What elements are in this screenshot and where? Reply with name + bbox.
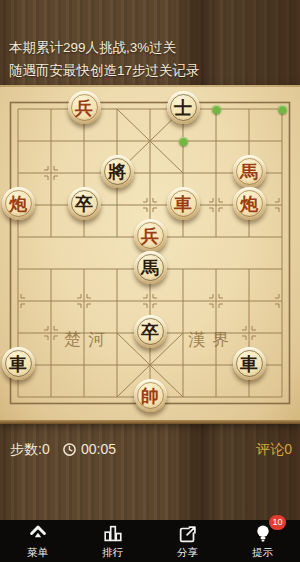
piece-red-cannon[interactable]: 炮	[2, 187, 35, 220]
game-screen: 本期累计299人挑战,3%过关 随遇而安最快创造17步过关记录 楚河 漢界 兵士…	[0, 0, 300, 562]
nav-share-label: 分享	[177, 546, 198, 560]
nav-hint-button[interactable]: 10 提示	[225, 520, 300, 562]
river-label-right: 漢界	[180, 328, 244, 351]
menu-up-icon	[27, 523, 49, 545]
river-label-left: 楚河	[56, 328, 120, 351]
status-bar: 步数:0 00:05 评论0	[0, 441, 300, 461]
move-hint-dot[interactable]	[179, 137, 188, 146]
piece-red-horse[interactable]: 馬	[233, 155, 266, 188]
move-hint-dot[interactable]	[212, 105, 221, 114]
record-holder-text: 随遇而安最快创造17步过关记录	[9, 59, 200, 82]
header-stats: 本期累计299人挑战,3%过关 随遇而安最快创造17步过关记录	[9, 36, 200, 82]
nav-ranking-button[interactable]: 排行	[75, 520, 150, 562]
bottom-nav: 菜单 排行 分享 10 提示	[0, 520, 300, 562]
timer-value: 00:05	[81, 441, 116, 457]
piece-black-soldier[interactable]: 卒	[68, 187, 101, 220]
piece-black-chariot[interactable]: 車	[2, 347, 35, 380]
piece-black-advisor[interactable]: 士	[167, 91, 200, 124]
clock-icon	[62, 442, 77, 457]
share-icon	[177, 523, 199, 545]
piece-red-chariot[interactable]: 車	[167, 187, 200, 220]
move-hint-dot[interactable]	[278, 105, 287, 114]
piece-red-soldier[interactable]: 兵	[134, 219, 167, 252]
piece-black-general[interactable]: 將	[101, 155, 134, 188]
nav-ranking-label: 排行	[102, 546, 123, 560]
piece-red-soldier[interactable]: 兵	[68, 91, 101, 124]
piece-black-horse[interactable]: 馬	[134, 251, 167, 284]
move-counter: 步数:0	[10, 441, 50, 459]
nav-hint-label: 提示	[252, 546, 273, 560]
timer: 00:05	[62, 441, 116, 457]
piece-black-chariot[interactable]: 車	[233, 347, 266, 380]
piece-black-soldier[interactable]: 卒	[134, 315, 167, 348]
nav-menu-button[interactable]: 菜单	[0, 520, 75, 562]
challenge-stats-text: 本期累计299人挑战,3%过关	[9, 36, 200, 59]
nav-menu-label: 菜单	[27, 546, 48, 560]
xiangqi-board[interactable]: 楚河 漢界 兵士將馬炮卒車炮兵馬卒車車帥	[0, 85, 300, 420]
comments-link[interactable]: 评论0	[256, 441, 292, 459]
ranking-icon	[102, 523, 124, 545]
nav-share-button[interactable]: 分享	[150, 520, 225, 562]
piece-red-general[interactable]: 帥	[134, 379, 167, 412]
piece-red-cannon[interactable]: 炮	[233, 187, 266, 220]
hint-count-badge: 10	[269, 515, 286, 530]
